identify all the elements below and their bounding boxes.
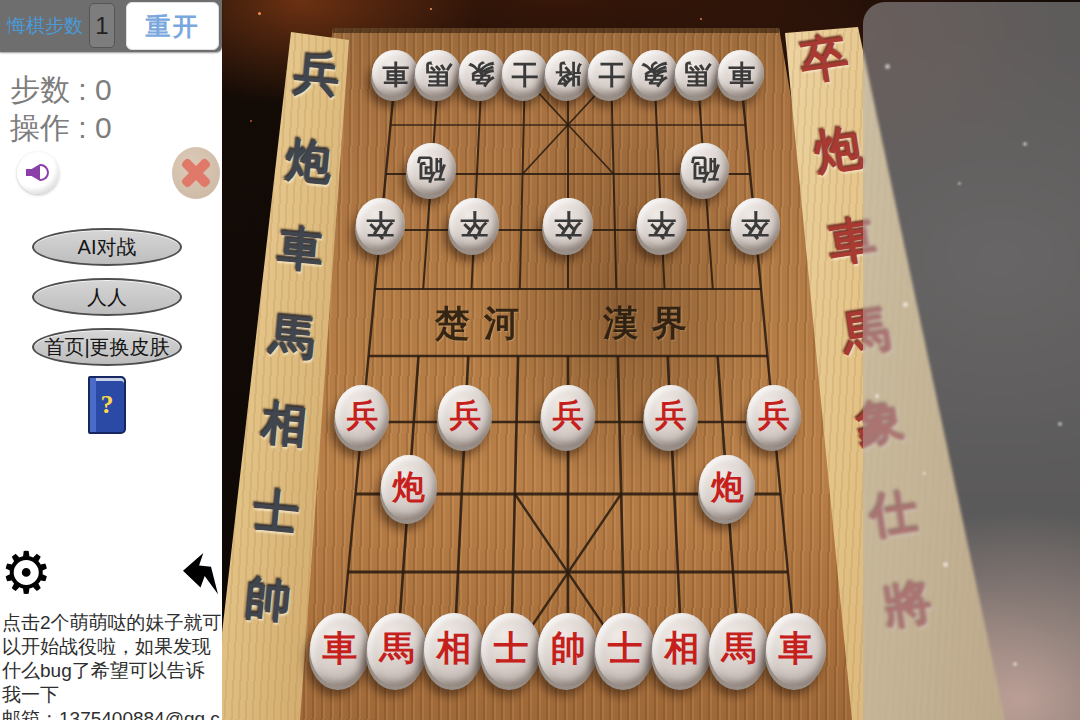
piece-character: 卒 (460, 210, 489, 239)
operation-count-label: 操作 : (10, 111, 95, 144)
piece-black-advisor[interactable]: 士 (588, 50, 634, 97)
piece-character: 士 (494, 632, 529, 667)
piece-red-soldier[interactable]: 兵 (438, 385, 492, 447)
piece-character: 炮 (392, 471, 425, 504)
piece-character: 兵 (655, 400, 687, 432)
piece-black-elephant[interactable]: 象 (459, 50, 505, 97)
close-button[interactable] (172, 147, 220, 199)
game-stage: 楚河 漢界 兵炮車馬相士帥 卒炮車馬象仕將 車馬象士將士象馬車砲砲卒卒卒卒卒兵兵… (0, 0, 1080, 720)
piece-character: 帥 (551, 632, 586, 667)
operation-count-value: 0 (95, 111, 112, 144)
piece-red-rook[interactable]: 車 (310, 613, 370, 687)
piece-character: 士 (608, 632, 643, 667)
piece-red-advisor[interactable]: 士 (595, 613, 655, 687)
back-arrow-icon[interactable] (183, 553, 218, 595)
piece-character: 馬 (684, 60, 711, 87)
piece-black-horse[interactable]: 馬 (415, 50, 461, 97)
undo-steps-label: 悔棋步数： (7, 0, 102, 52)
undo-bar: 悔棋步数： 1 重开 (0, 0, 222, 52)
piece-character: 將 (555, 60, 582, 87)
gear-icon[interactable]: ⚙ (0, 544, 52, 602)
piece-black-advisor[interactable]: 士 (502, 50, 548, 97)
piece-character: 卒 (647, 210, 676, 239)
piece-character: 相 (437, 632, 472, 667)
piece-character: 砲 (417, 155, 445, 183)
speaker-icon (26, 164, 40, 181)
move-count-value: 0 (95, 73, 112, 106)
speaker-wave-icon (40, 164, 49, 181)
piece-black-general[interactable]: 將 (545, 50, 591, 97)
piece-character: 砲 (691, 155, 719, 183)
piece-black-soldier[interactable]: 卒 (731, 198, 781, 252)
piece-red-elephant[interactable]: 相 (424, 613, 484, 687)
move-count: 步数 : 0 (10, 70, 112, 111)
piece-character: 車 (323, 632, 358, 667)
piece-character: 兵 (449, 400, 481, 432)
move-count-label: 步数 : (10, 73, 95, 106)
piece-character: 象 (468, 60, 495, 87)
piece-character: 士 (511, 60, 538, 87)
piece-red-rook[interactable]: 車 (766, 613, 826, 687)
piece-black-cannon[interactable]: 砲 (681, 143, 729, 194)
piece-red-cannon[interactable]: 炮 (699, 455, 755, 521)
piece-red-soldier[interactable]: 兵 (644, 385, 698, 447)
home-change-skin-button[interactable]: 首页|更换皮肤 (32, 328, 182, 366)
piece-red-advisor[interactable]: 士 (481, 613, 541, 687)
piece-character: 炮 (711, 471, 744, 504)
help-line: 点击2个萌萌哒的妹子就可以开始战役啦，如果发现什么bug了希望可以告诉我一下 (2, 611, 222, 707)
piece-character: 馬 (722, 632, 757, 667)
piece-black-soldier[interactable]: 卒 (449, 198, 499, 252)
piece-character: 馬 (425, 60, 452, 87)
restart-button[interactable]: 重开 (126, 2, 219, 50)
piece-character: 車 (779, 632, 814, 667)
piece-character: 車 (728, 60, 755, 87)
piece-black-elephant[interactable]: 象 (632, 50, 678, 97)
right-translucent-panel (863, 2, 1080, 720)
piece-character: 馬 (380, 632, 415, 667)
piece-black-soldier[interactable]: 卒 (637, 198, 687, 252)
piece-black-soldier[interactable]: 卒 (543, 198, 593, 252)
contact-email: 邮箱：1375400884@qq.com (2, 707, 222, 720)
piece-character: 車 (382, 60, 409, 87)
piece-character: 卒 (741, 210, 770, 239)
undo-steps-input[interactable]: 1 (89, 3, 115, 48)
piece-red-cannon[interactable]: 炮 (381, 455, 437, 521)
piece-red-soldier[interactable]: 兵 (335, 385, 389, 447)
piece-character: 卒 (554, 210, 583, 239)
piece-red-elephant[interactable]: 相 (652, 613, 712, 687)
piece-red-soldier[interactable]: 兵 (541, 385, 595, 447)
piece-character: 象 (641, 60, 668, 87)
piece-black-rook[interactable]: 車 (718, 50, 764, 97)
sound-toggle-button[interactable] (17, 152, 59, 194)
piece-black-horse[interactable]: 馬 (675, 50, 721, 97)
piece-black-soldier[interactable]: 卒 (356, 198, 406, 252)
piece-red-soldier[interactable]: 兵 (747, 385, 801, 447)
sidebar: 悔棋步数： 1 重开 步数 : 0 操作 : 0 AI对战 人人 首页|更换皮肤… (0, 0, 222, 720)
piece-black-cannon[interactable]: 砲 (407, 143, 455, 194)
ai-match-button[interactable]: AI对战 (32, 228, 182, 266)
piece-black-rook[interactable]: 車 (372, 50, 418, 97)
help-text: 点击2个萌萌哒的妹子就可以开始战役啦，如果发现什么bug了希望可以告诉我一下 邮… (2, 611, 222, 720)
piece-red-horse[interactable]: 馬 (367, 613, 427, 687)
piece-character: 士 (598, 60, 625, 87)
piece-character: 卒 (366, 210, 395, 239)
pvp-button[interactable]: 人人 (32, 278, 182, 316)
piece-red-general[interactable]: 帥 (538, 613, 598, 687)
piece-character: 兵 (758, 400, 790, 432)
help-book-icon[interactable]: ? (88, 376, 126, 434)
operation-count: 操作 : 0 (10, 108, 112, 149)
piece-character: 兵 (347, 400, 379, 432)
piece-character: 相 (665, 632, 700, 667)
question-mark: ? (101, 390, 114, 420)
piece-red-horse[interactable]: 馬 (709, 613, 769, 687)
piece-character: 兵 (552, 400, 584, 432)
